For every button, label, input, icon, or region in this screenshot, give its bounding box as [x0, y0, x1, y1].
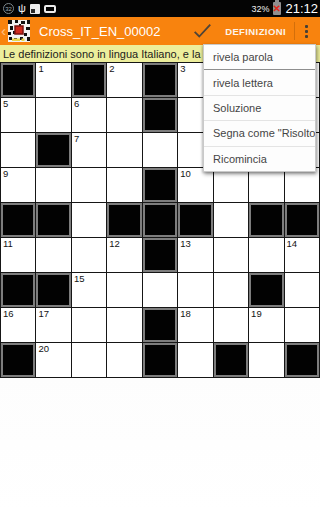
clue-number: 2 — [109, 63, 114, 74]
white-cell[interactable] — [107, 133, 141, 167]
menu-item-reveal-letter[interactable]: rivela lettera — [204, 70, 315, 94]
clue-number: 3 — [180, 63, 185, 74]
black-cell — [143, 63, 177, 97]
white-cell[interactable] — [214, 203, 248, 237]
black-cell — [36, 203, 70, 237]
black-cell — [143, 343, 177, 377]
white-cell[interactable] — [107, 308, 141, 342]
white-cell[interactable] — [72, 238, 106, 272]
black-cell — [178, 203, 212, 237]
clue-number: 9 — [3, 168, 8, 179]
status-bar: 32 ψ 32% ✕ 21:12 — [0, 0, 320, 17]
status-left-icons: 32 ψ — [0, 3, 56, 14]
white-cell[interactable] — [36, 168, 70, 202]
white-cell[interactable]: 11 — [1, 238, 35, 272]
menu-item-mark-solved[interactable]: Segna come "Risolto" — [204, 121, 315, 145]
clue-number: 7 — [74, 133, 79, 144]
black-cell — [285, 343, 319, 377]
toolbar-separator — [294, 22, 295, 40]
clue-number: 14 — [287, 238, 298, 249]
white-cell[interactable] — [36, 98, 70, 132]
clue-number: 10 — [180, 168, 191, 179]
black-cell — [143, 168, 177, 202]
action-bar: ‹ Cross_IT_EN_00002 DEFINIZIONI — [0, 17, 320, 45]
definitions-button[interactable]: DEFINIZIONI — [225, 26, 286, 37]
menu-item-solution[interactable]: Soluzione — [204, 96, 315, 120]
black-cell — [1, 343, 35, 377]
clue-number: 13 — [180, 238, 191, 249]
white-cell[interactable] — [249, 168, 283, 202]
black-cell — [249, 273, 283, 307]
black-cell — [214, 343, 248, 377]
white-cell[interactable] — [249, 343, 283, 377]
black-cell — [143, 308, 177, 342]
white-cell[interactable]: 1 — [36, 63, 70, 97]
white-cell[interactable] — [285, 168, 319, 202]
white-cell[interactable] — [285, 308, 319, 342]
back-button[interactable]: ‹ — [0, 17, 8, 45]
clue-number: 20 — [38, 343, 49, 354]
white-cell[interactable] — [107, 98, 141, 132]
white-cell[interactable]: 10 — [178, 168, 212, 202]
white-cell[interactable]: 16 — [1, 308, 35, 342]
black-cell — [143, 98, 177, 132]
app-icon[interactable] — [8, 20, 30, 42]
clue-number: 5 — [3, 98, 8, 109]
menu-item-restart[interactable]: Ricomincia — [204, 147, 315, 171]
white-cell[interactable] — [107, 168, 141, 202]
screenshot-icon — [30, 4, 40, 14]
white-cell[interactable] — [36, 238, 70, 272]
white-cell[interactable]: 5 — [1, 98, 35, 132]
white-cell[interactable]: 13 — [178, 238, 212, 272]
clock: 21:12 — [285, 1, 318, 16]
white-cell[interactable] — [1, 133, 35, 167]
clue-number: 16 — [3, 308, 14, 319]
black-cell — [143, 238, 177, 272]
black-cell — [107, 203, 141, 237]
black-cell — [1, 63, 35, 97]
white-cell[interactable] — [214, 238, 248, 272]
white-cell[interactable] — [143, 273, 177, 307]
circle-battery-icon: 32 — [3, 3, 14, 14]
white-cell[interactable]: 7 — [72, 133, 106, 167]
white-cell[interactable] — [178, 343, 212, 377]
white-cell[interactable] — [72, 203, 106, 237]
usb-icon: ψ — [18, 3, 26, 14]
white-cell[interactable] — [178, 273, 212, 307]
white-cell[interactable] — [285, 273, 319, 307]
white-cell[interactable]: 18 — [178, 308, 212, 342]
white-cell[interactable]: 14 — [285, 238, 319, 272]
battery-percent: 32% — [251, 4, 269, 14]
clue-number: 6 — [74, 98, 79, 109]
white-cell[interactable] — [107, 273, 141, 307]
clue-number: 19 — [251, 308, 262, 319]
white-cell[interactable] — [72, 343, 106, 377]
clue-number: 12 — [109, 238, 120, 249]
white-cell[interactable] — [72, 308, 106, 342]
clue-number: 18 — [180, 308, 191, 319]
white-cell[interactable]: 2 — [107, 63, 141, 97]
clue-number: 15 — [74, 273, 85, 284]
overflow-menu-icon[interactable] — [302, 21, 311, 42]
clue-number: 11 — [3, 238, 13, 249]
clue-number: 1 — [38, 63, 43, 74]
white-cell[interactable]: 12 — [107, 238, 141, 272]
card-icon — [44, 5, 56, 13]
status-right: 32% ✕ 21:12 — [251, 1, 320, 16]
menu-item-reveal-word[interactable]: rivela parola — [204, 45, 315, 69]
white-cell[interactable] — [107, 343, 141, 377]
black-cell — [36, 133, 70, 167]
black-cell — [72, 63, 106, 97]
white-cell[interactable] — [143, 133, 177, 167]
black-cell — [249, 203, 283, 237]
white-cell[interactable] — [214, 308, 248, 342]
black-cell — [1, 203, 35, 237]
dropdown-menu: rivela parola rivela lettera Soluzione S… — [203, 44, 316, 172]
white-cell[interactable]: 9 — [1, 168, 35, 202]
white-cell[interactable] — [249, 238, 283, 272]
white-cell[interactable] — [214, 168, 248, 202]
white-cell[interactable]: 15 — [72, 273, 106, 307]
white-cell[interactable] — [72, 168, 106, 202]
white-cell[interactable]: 20 — [36, 343, 70, 377]
white-cell[interactable]: 6 — [72, 98, 106, 132]
battery-alert-icon: ✕ — [273, 2, 281, 15]
check-icon[interactable] — [191, 20, 213, 42]
black-cell — [36, 273, 70, 307]
black-cell — [143, 203, 177, 237]
black-cell — [285, 203, 319, 237]
page-title: Cross_IT_EN_00002 — [39, 24, 160, 39]
black-cell — [1, 273, 35, 307]
app-screen: 32 ψ 32% ✕ 21:12 ‹ Cross_IT_EN_00002 — [0, 0, 320, 512]
white-cell[interactable]: 19 — [249, 308, 283, 342]
white-cell[interactable] — [214, 273, 248, 307]
clue-number: 17 — [38, 308, 49, 319]
white-cell[interactable]: 17 — [36, 308, 70, 342]
